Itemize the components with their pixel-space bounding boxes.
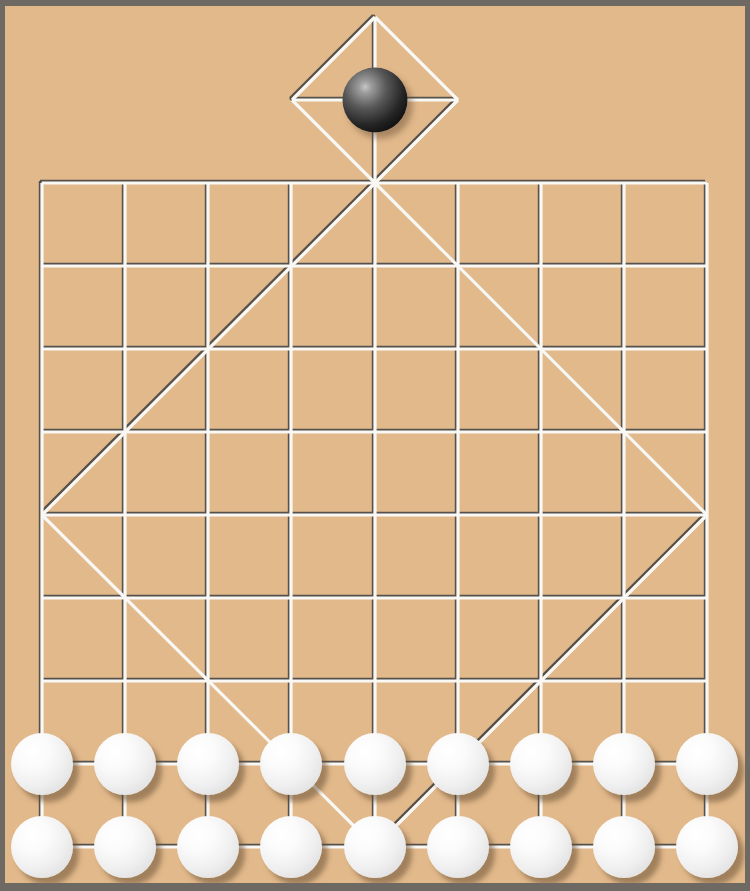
- soldier-piece[interactable]: [344, 733, 406, 795]
- soldier-piece[interactable]: [260, 733, 322, 795]
- soldier-piece[interactable]: [94, 816, 156, 878]
- soldier-piece[interactable]: [94, 733, 156, 795]
- soldier-piece[interactable]: [177, 733, 239, 795]
- soldier-piece[interactable]: [593, 816, 655, 878]
- soldier-piece[interactable]: [510, 816, 572, 878]
- soldier-piece[interactable]: [593, 733, 655, 795]
- soldier-piece[interactable]: [427, 733, 489, 795]
- soldier-piece[interactable]: [11, 733, 73, 795]
- soldier-piece[interactable]: [260, 816, 322, 878]
- soldier-piece[interactable]: [344, 816, 406, 878]
- game-board[interactable]: [0, 0, 750, 891]
- tiger-piece[interactable]: [343, 68, 408, 133]
- soldier-piece[interactable]: [11, 816, 73, 878]
- soldier-piece[interactable]: [676, 816, 738, 878]
- soldier-piece[interactable]: [177, 816, 239, 878]
- pieces-layer: [0, 0, 750, 891]
- soldier-piece[interactable]: [676, 733, 738, 795]
- soldier-piece[interactable]: [427, 816, 489, 878]
- soldier-piece[interactable]: [510, 733, 572, 795]
